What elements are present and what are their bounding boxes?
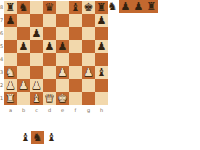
square-f8[interactable]: ♝ [69, 1, 82, 14]
square-b2[interactable]: ♟ [17, 79, 30, 92]
square-b1[interactable] [17, 92, 30, 105]
black-pawn-icon[interactable]: ♟ [6, 14, 16, 27]
white-pawn-icon[interactable]: ♟ [19, 79, 29, 92]
square-g6[interactable] [82, 27, 95, 40]
square-g1[interactable] [82, 92, 95, 105]
file-label-e: e [56, 106, 69, 114]
square-a3[interactable]: ♞ [4, 66, 17, 79]
spare-black-rook-icon[interactable]: ♜ [145, 0, 158, 13]
white-pawn-icon[interactable]: ♟ [84, 66, 94, 79]
spare-black-bishop-icon[interactable]: ♝ [45, 131, 58, 144]
file-label-a: a [4, 106, 17, 114]
square-g3[interactable]: ♟ [82, 66, 95, 79]
square-a2[interactable]: ♟ [4, 79, 17, 92]
chess-board: ♜♞♛♝♚♜♟♟♟♟♟♟♟♞♟♟♝♟♟♟♜♝♛♚ [4, 1, 108, 105]
square-e4[interactable] [56, 53, 69, 66]
white-pawn-icon[interactable]: ♟ [6, 79, 16, 92]
square-d4[interactable] [43, 53, 56, 66]
square-f4[interactable] [69, 53, 82, 66]
square-h3[interactable]: ♝ [95, 66, 108, 79]
square-d2[interactable] [43, 79, 56, 92]
rank-label-2: 2 [0, 79, 4, 92]
square-c8[interactable] [30, 1, 43, 14]
square-d5[interactable]: ♟ [43, 40, 56, 53]
square-c4[interactable] [30, 53, 43, 66]
square-c3[interactable] [30, 66, 43, 79]
black-pawn-icon[interactable]: ♟ [19, 40, 29, 53]
black-bishop-icon[interactable]: ♝ [97, 66, 107, 79]
square-b7[interactable] [17, 14, 30, 27]
square-b3[interactable] [17, 66, 30, 79]
black-queen-icon[interactable]: ♛ [45, 1, 55, 14]
rank-label-1: 1 [0, 92, 4, 105]
square-b8[interactable]: ♞ [17, 1, 30, 14]
square-d6[interactable] [43, 27, 56, 40]
square-c2[interactable]: ♟ [30, 79, 43, 92]
square-b4[interactable] [17, 53, 30, 66]
spare-black-knight-icon[interactable]: ♞ [31, 131, 44, 144]
square-c6[interactable]: ♟ [30, 27, 43, 40]
black-rook-icon: ♜ [147, 0, 157, 13]
black-rook-icon[interactable]: ♜ [6, 1, 16, 14]
square-a6[interactable] [4, 27, 17, 40]
white-bishop-icon[interactable]: ♝ [32, 92, 42, 105]
square-b5[interactable]: ♟ [17, 40, 30, 53]
square-c7[interactable] [30, 14, 43, 27]
square-h4[interactable] [95, 53, 108, 66]
square-e6[interactable] [56, 27, 69, 40]
square-a4[interactable] [4, 53, 17, 66]
square-h6[interactable] [95, 27, 108, 40]
file-label-g: g [82, 106, 95, 114]
square-f7[interactable] [69, 14, 82, 27]
black-knight-icon: ♞ [108, 0, 118, 13]
square-g5[interactable] [82, 40, 95, 53]
black-bishop-icon: ♝ [21, 131, 31, 144]
square-g7[interactable] [82, 14, 95, 27]
white-queen-icon[interactable]: ♛ [45, 92, 55, 105]
black-pawn-icon: ♟ [134, 0, 144, 13]
square-a1[interactable]: ♜ [4, 92, 17, 105]
file-label-c: c [30, 106, 43, 114]
black-king-icon[interactable]: ♚ [84, 1, 94, 14]
rank-label-8: 8 [0, 1, 4, 14]
square-e5[interactable]: ♟ [56, 40, 69, 53]
rank-label-5: 5 [0, 40, 4, 53]
square-d7[interactable] [43, 14, 56, 27]
square-f2[interactable] [69, 79, 82, 92]
white-rook-icon[interactable]: ♜ [6, 92, 16, 105]
white-pawn-icon[interactable]: ♟ [58, 66, 68, 79]
square-h7[interactable]: ♟ [95, 14, 108, 27]
square-e1[interactable]: ♚ [56, 92, 69, 105]
square-e8[interactable] [56, 1, 69, 14]
square-b6[interactable] [17, 27, 30, 40]
black-pawn-icon: ♟ [121, 0, 131, 13]
file-label-h: h [95, 106, 108, 114]
square-g4[interactable] [82, 53, 95, 66]
square-d3[interactable] [43, 66, 56, 79]
black-pawn-icon[interactable]: ♟ [58, 40, 68, 53]
square-f1[interactable] [69, 92, 82, 105]
black-pawn-icon[interactable]: ♟ [97, 40, 107, 53]
black-pawn-icon[interactable]: ♟ [32, 27, 42, 40]
square-h1[interactable] [95, 92, 108, 105]
square-a8[interactable]: ♜ [4, 1, 17, 14]
square-e7[interactable] [56, 14, 69, 27]
square-g8[interactable]: ♚ [82, 1, 95, 14]
spare-black-pawn-icon[interactable]: ♟ [119, 0, 132, 13]
square-e2[interactable] [56, 79, 69, 92]
black-bishop-icon: ♝ [47, 131, 57, 144]
square-a7[interactable]: ♟ [4, 14, 17, 27]
square-e3[interactable]: ♟ [56, 66, 69, 79]
square-h5[interactable]: ♟ [95, 40, 108, 53]
rank-label-3: 3 [0, 66, 4, 79]
black-pawn-icon[interactable]: ♟ [45, 40, 55, 53]
rank-label-6: 6 [0, 27, 4, 40]
square-f5[interactable] [69, 40, 82, 53]
square-c1[interactable]: ♝ [30, 92, 43, 105]
square-g2[interactable] [82, 79, 95, 92]
square-h2[interactable] [95, 79, 108, 92]
rank-label-7: 7 [0, 14, 4, 27]
black-knight-icon: ♞ [33, 131, 43, 144]
black-bishop-icon[interactable]: ♝ [71, 1, 81, 14]
white-king-icon[interactable]: ♚ [58, 92, 68, 105]
square-d8[interactable]: ♛ [43, 1, 56, 14]
square-d1[interactable]: ♛ [43, 92, 56, 105]
spare-black-pawn-icon[interactable]: ♟ [132, 0, 145, 13]
rank-label-4: 4 [0, 53, 4, 66]
square-a5[interactable] [4, 40, 17, 53]
square-c5[interactable] [30, 40, 43, 53]
white-knight-icon[interactable]: ♞ [6, 66, 16, 79]
square-f6[interactable] [69, 27, 82, 40]
square-f3[interactable] [69, 66, 82, 79]
spare-black-knight-icon[interactable]: ♞ [106, 0, 119, 13]
black-rook-icon[interactable]: ♜ [97, 1, 107, 14]
black-pawn-icon[interactable]: ♟ [97, 14, 107, 27]
black-knight-icon[interactable]: ♞ [19, 1, 29, 14]
file-label-d: d [43, 106, 56, 114]
file-label-f: f [69, 106, 82, 114]
file-label-b: b [17, 106, 30, 114]
white-pawn-icon[interactable]: ♟ [32, 79, 42, 92]
